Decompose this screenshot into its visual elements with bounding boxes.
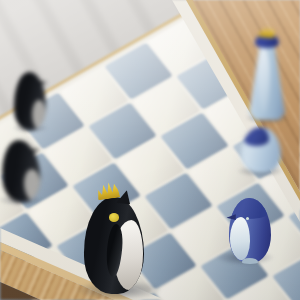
crown-icon [96, 181, 120, 201]
piece-black-king-d4[interactable] [83, 182, 145, 294]
piece-black-pawn-d7[interactable] [0, 139, 42, 203]
feet [242, 258, 258, 263]
penguin-body [241, 127, 281, 173]
piece-white-pawn-h5[interactable] [241, 127, 281, 173]
crown-icon [259, 25, 276, 38]
penguin-head [244, 127, 269, 146]
penguin-body [229, 198, 271, 263]
penguin-body [84, 197, 145, 294]
penguin-belly [23, 168, 42, 200]
eye [246, 217, 249, 220]
penguin-belly [32, 100, 46, 129]
piece-white-pawn-f3[interactable] [229, 198, 271, 263]
penguin-body [247, 44, 287, 120]
cheek-patch [109, 213, 119, 222]
penguin-body [14, 72, 46, 130]
penguin-belly [258, 48, 270, 114]
piece-black-pawn-e8[interactable] [14, 72, 46, 130]
penguin-belly [230, 217, 250, 260]
piece-white-king-h6[interactable] [247, 22, 287, 120]
penguin-body [0, 139, 42, 203]
photo-stage [0, 0, 300, 300]
